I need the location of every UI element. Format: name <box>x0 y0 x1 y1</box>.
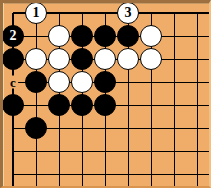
board-point <box>48 25 71 48</box>
move-number: 1 <box>33 6 40 20</box>
board-point <box>186 163 209 186</box>
board-point <box>25 71 48 94</box>
grid-line-vertical <box>105 140 106 163</box>
board-point <box>117 48 140 71</box>
board-point <box>71 48 94 71</box>
grid-line-vertical <box>105 163 106 186</box>
white-stone: 1 <box>25 2 47 24</box>
white-stone <box>94 48 116 70</box>
black-stone <box>71 48 93 70</box>
black-stone <box>25 117 47 139</box>
board-point <box>163 2 186 25</box>
board-point <box>48 48 71 71</box>
board-point <box>163 94 186 117</box>
board-point <box>117 140 140 163</box>
board-point <box>48 163 71 186</box>
board-point <box>163 140 186 163</box>
grid-line-vertical <box>128 117 129 140</box>
grid-line-vertical <box>12 13 14 25</box>
board-point: 3 <box>117 2 140 25</box>
move-number: 2 <box>10 29 17 43</box>
grid-line-horizontal <box>13 151 25 152</box>
grid-line-vertical <box>59 163 60 186</box>
grid-line-vertical <box>59 140 60 163</box>
board-point <box>25 140 48 163</box>
grid-line-vertical <box>151 71 152 94</box>
grid-line-vertical <box>12 117 14 140</box>
board-point <box>48 117 71 140</box>
board-point: 2 <box>2 25 25 48</box>
point-label: c <box>8 76 18 89</box>
board-point <box>48 71 71 94</box>
grid-line-vertical <box>36 94 37 117</box>
grid-line-vertical <box>174 71 175 94</box>
grid-line-vertical <box>59 13 60 25</box>
grid-line-vertical <box>128 140 129 163</box>
board-point <box>94 2 117 25</box>
board-point <box>25 94 48 117</box>
grid-line-vertical <box>174 117 175 140</box>
board-point <box>94 71 117 94</box>
black-stone <box>25 71 47 93</box>
go-board-diagram: 132c <box>0 0 211 188</box>
grid-line-vertical <box>197 117 198 140</box>
black-stone: 2 <box>2 25 24 47</box>
board-point <box>117 94 140 117</box>
grid-line-vertical <box>105 117 106 140</box>
board-point <box>94 94 117 117</box>
white-stone <box>117 48 139 70</box>
board-point <box>163 25 186 48</box>
board-point <box>2 2 25 25</box>
grid-line-vertical <box>151 163 152 186</box>
board-point <box>2 94 25 117</box>
board-point <box>25 48 48 71</box>
board-point <box>71 140 94 163</box>
grid-line-vertical <box>174 48 175 71</box>
grid-line-vertical <box>36 140 37 163</box>
board-point <box>94 117 117 140</box>
grid-line-vertical <box>82 140 83 163</box>
grid-line-vertical <box>128 71 129 94</box>
grid-line-vertical <box>174 25 175 48</box>
board-point <box>48 140 71 163</box>
board-point <box>48 2 71 25</box>
black-stone <box>71 25 93 47</box>
grid-line-vertical <box>197 71 198 94</box>
board-point <box>2 48 25 71</box>
board-point <box>140 25 163 48</box>
board-point <box>186 48 209 71</box>
grid-line-vertical <box>197 163 198 186</box>
board-point <box>71 163 94 186</box>
white-stone <box>48 48 70 70</box>
white-stone <box>71 71 93 93</box>
black-stone <box>71 94 93 116</box>
board-point <box>117 25 140 48</box>
board-point <box>140 117 163 140</box>
board-point <box>2 140 25 163</box>
grid-line-vertical <box>151 94 152 117</box>
board-point <box>25 163 48 186</box>
grid-line-vertical <box>174 13 175 25</box>
board-point <box>163 48 186 71</box>
white-stone <box>48 71 70 93</box>
board-point <box>163 71 186 94</box>
grid-line-vertical <box>82 13 83 25</box>
board-point <box>48 94 71 117</box>
board-point <box>140 2 163 25</box>
grid-line-horizontal <box>13 128 25 129</box>
grid-line-vertical <box>174 163 175 186</box>
board-point <box>140 140 163 163</box>
board-point <box>71 25 94 48</box>
grid-line-vertical <box>36 163 37 186</box>
grid-line-vertical <box>197 25 198 48</box>
board-point <box>94 48 117 71</box>
grid-line-vertical <box>82 117 83 140</box>
board-point <box>94 25 117 48</box>
board-point <box>117 163 140 186</box>
board-point: 1 <box>25 2 48 25</box>
grid-line-vertical <box>128 94 129 117</box>
board-point <box>94 163 117 186</box>
board-point <box>163 163 186 186</box>
grid-line-vertical <box>12 163 14 186</box>
board-point <box>94 140 117 163</box>
grid-line-vertical <box>151 13 152 25</box>
grid-line-vertical <box>197 140 198 163</box>
grid-line-vertical <box>151 140 152 163</box>
go-board-grid: 132c <box>2 2 209 186</box>
board-point <box>186 94 209 117</box>
grid-line-horizontal <box>13 174 25 175</box>
board-point <box>2 117 25 140</box>
board-point <box>25 117 48 140</box>
board-point <box>140 71 163 94</box>
grid-line-vertical <box>197 48 198 71</box>
board-point <box>2 163 25 186</box>
board-point <box>186 25 209 48</box>
grid-line-vertical <box>128 163 129 186</box>
grid-line-vertical <box>174 94 175 117</box>
board-point <box>186 71 209 94</box>
grid-line-vertical <box>197 94 198 117</box>
white-stone <box>48 25 70 47</box>
grid-line-vertical <box>12 140 14 163</box>
white-stone <box>140 25 162 47</box>
grid-line-vertical <box>36 25 37 48</box>
grid-line-vertical <box>105 13 106 25</box>
black-stone <box>94 25 116 47</box>
grid-line-vertical <box>82 163 83 186</box>
board-point <box>163 117 186 140</box>
white-stone <box>25 48 47 70</box>
board-point <box>71 117 94 140</box>
white-stone: 3 <box>117 2 139 24</box>
board-point <box>140 163 163 186</box>
black-stone <box>94 94 116 116</box>
move-number: 3 <box>125 6 132 20</box>
board-point: c <box>2 71 25 94</box>
board-point <box>71 2 94 25</box>
black-stone <box>117 25 139 47</box>
grid-line-horizontal <box>13 12 25 14</box>
board-point <box>71 71 94 94</box>
black-stone <box>2 94 24 116</box>
board-point <box>186 2 209 25</box>
black-stone <box>94 71 116 93</box>
black-stone <box>48 94 70 116</box>
board-point <box>186 117 209 140</box>
board-point <box>25 25 48 48</box>
grid-line-vertical <box>59 117 60 140</box>
board-point <box>117 117 140 140</box>
grid-line-vertical <box>197 13 198 25</box>
grid-line-vertical <box>174 140 175 163</box>
board-point <box>117 71 140 94</box>
board-point <box>186 140 209 163</box>
grid-line-vertical <box>151 117 152 140</box>
board-point <box>140 48 163 71</box>
white-stone <box>140 48 162 70</box>
black-stone <box>2 48 24 70</box>
board-point <box>140 94 163 117</box>
board-point <box>71 94 94 117</box>
